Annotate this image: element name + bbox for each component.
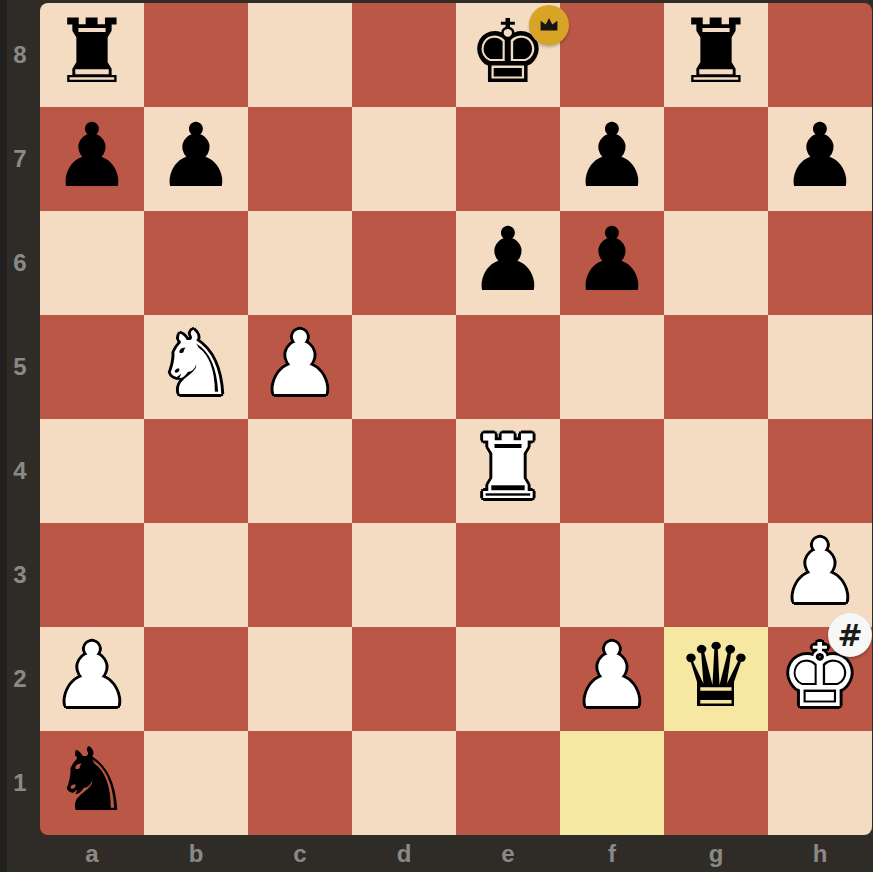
white-pawn[interactable]: ♟ — [53, 624, 132, 728]
square-e6[interactable]: ♟ — [456, 211, 560, 315]
file-label-a: a — [40, 835, 144, 872]
square-b6[interactable] — [144, 211, 248, 315]
square-a7[interactable]: ♟ — [40, 107, 144, 211]
square-h2[interactable]: ♚ — [768, 627, 872, 731]
file-label-h: h — [768, 835, 872, 872]
black-queen[interactable]: ♛ — [677, 624, 756, 728]
black-knight[interactable]: ♞ — [53, 728, 132, 832]
rank-label-2: 2 — [0, 627, 40, 731]
rank-label-5: 5 — [0, 315, 40, 419]
square-f2[interactable]: ♟ — [560, 627, 664, 731]
black-pawn[interactable]: ♟ — [157, 104, 236, 208]
white-pawn[interactable]: ♟ — [781, 520, 860, 624]
square-a8[interactable]: ♜ — [40, 3, 144, 107]
file-label-d: d — [352, 835, 456, 872]
square-e8[interactable]: ♚ — [456, 3, 560, 107]
square-g2[interactable]: ♛ — [664, 627, 768, 731]
black-pawn[interactable]: ♟ — [573, 104, 652, 208]
square-a6[interactable] — [40, 211, 144, 315]
square-d1[interactable] — [352, 731, 456, 835]
rank-label-8: 8 — [0, 3, 40, 107]
square-e1[interactable] — [456, 731, 560, 835]
square-f3[interactable] — [560, 523, 664, 627]
square-d2[interactable] — [352, 627, 456, 731]
square-b2[interactable] — [144, 627, 248, 731]
file-label-c: c — [248, 835, 352, 872]
square-d6[interactable] — [352, 211, 456, 315]
square-h5[interactable] — [768, 315, 872, 419]
square-g4[interactable] — [664, 419, 768, 523]
square-c1[interactable] — [248, 731, 352, 835]
square-c7[interactable] — [248, 107, 352, 211]
file-label-b: b — [144, 835, 248, 872]
square-f5[interactable] — [560, 315, 664, 419]
white-knight[interactable]: ♞ — [157, 312, 236, 416]
white-pawn[interactable]: ♟ — [573, 624, 652, 728]
square-c3[interactable] — [248, 523, 352, 627]
square-f1[interactable] — [560, 731, 664, 835]
square-g5[interactable] — [664, 315, 768, 419]
square-f7[interactable]: ♟ — [560, 107, 664, 211]
square-a3[interactable] — [40, 523, 144, 627]
black-pawn[interactable]: ♟ — [53, 104, 132, 208]
square-f6[interactable]: ♟ — [560, 211, 664, 315]
square-b8[interactable] — [144, 3, 248, 107]
square-h1[interactable] — [768, 731, 872, 835]
square-b1[interactable] — [144, 731, 248, 835]
square-g8[interactable]: ♜ — [664, 3, 768, 107]
square-a2[interactable]: ♟ — [40, 627, 144, 731]
black-pawn[interactable]: ♟ — [573, 208, 652, 312]
square-c5[interactable]: ♟ — [248, 315, 352, 419]
square-g7[interactable] — [664, 107, 768, 211]
chess-board[interactable]: ♜♚♜♟♟♟♟♟♟♞♟♜♟♟♟♛♚♞ # — [40, 3, 872, 835]
square-h3[interactable]: ♟ — [768, 523, 872, 627]
file-label-g: g — [664, 835, 768, 872]
square-g6[interactable] — [664, 211, 768, 315]
white-king[interactable]: ♚ — [781, 624, 860, 728]
square-e5[interactable] — [456, 315, 560, 419]
square-d3[interactable] — [352, 523, 456, 627]
square-e3[interactable] — [456, 523, 560, 627]
rank-labels: 87654321 — [0, 3, 40, 835]
file-label-e: e — [456, 835, 560, 872]
square-h8[interactable] — [768, 3, 872, 107]
square-d8[interactable] — [352, 3, 456, 107]
square-h4[interactable] — [768, 419, 872, 523]
rank-label-7: 7 — [0, 107, 40, 211]
square-b5[interactable]: ♞ — [144, 315, 248, 419]
rank-label-3: 3 — [0, 523, 40, 627]
square-e7[interactable] — [456, 107, 560, 211]
file-label-f: f — [560, 835, 664, 872]
square-b7[interactable]: ♟ — [144, 107, 248, 211]
square-a1[interactable]: ♞ — [40, 731, 144, 835]
square-c2[interactable] — [248, 627, 352, 731]
square-h6[interactable] — [768, 211, 872, 315]
white-pawn[interactable]: ♟ — [261, 312, 340, 416]
square-d4[interactable] — [352, 419, 456, 523]
black-rook[interactable]: ♜ — [53, 3, 132, 104]
square-d7[interactable] — [352, 107, 456, 211]
black-rook[interactable]: ♜ — [677, 3, 756, 104]
black-king[interactable]: ♚ — [469, 3, 548, 104]
square-e4[interactable]: ♜ — [456, 419, 560, 523]
white-rook[interactable]: ♜ — [469, 416, 548, 520]
square-g1[interactable] — [664, 731, 768, 835]
square-d5[interactable] — [352, 315, 456, 419]
square-a4[interactable] — [40, 419, 144, 523]
rank-label-4: 4 — [0, 419, 40, 523]
file-labels: abcdefgh — [40, 835, 872, 872]
square-c4[interactable] — [248, 419, 352, 523]
square-h7[interactable]: ♟ — [768, 107, 872, 211]
rank-label-6: 6 — [0, 211, 40, 315]
square-e2[interactable] — [456, 627, 560, 731]
square-f4[interactable] — [560, 419, 664, 523]
black-pawn[interactable]: ♟ — [781, 104, 860, 208]
rank-label-1: 1 — [0, 731, 40, 835]
square-c6[interactable] — [248, 211, 352, 315]
square-f8[interactable] — [560, 3, 664, 107]
square-g3[interactable] — [664, 523, 768, 627]
square-b3[interactable] — [144, 523, 248, 627]
square-b4[interactable] — [144, 419, 248, 523]
black-pawn[interactable]: ♟ — [469, 208, 548, 312]
square-c8[interactable] — [248, 3, 352, 107]
square-a5[interactable] — [40, 315, 144, 419]
